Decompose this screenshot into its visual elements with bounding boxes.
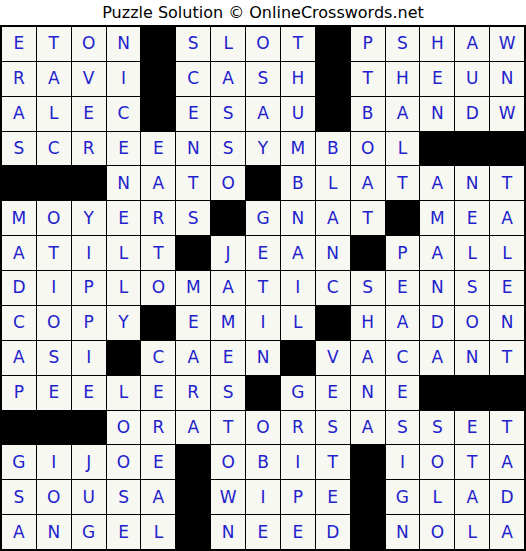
letter-cell-r8c15: E	[490, 271, 524, 305]
letter-cell-r3c6: E	[176, 97, 210, 131]
letter-cell-r2c2: A	[37, 62, 71, 96]
letter-cell-r13c13: O	[420, 445, 454, 479]
letter-cell-r2c3: V	[72, 62, 106, 96]
block-cell-r3c10	[316, 97, 350, 131]
letter-cell-r13c4: O	[107, 445, 141, 479]
letter-cell-r9c2: O	[37, 306, 71, 340]
letter-cell-r6c9: N	[281, 201, 315, 235]
letter-cell-r10c12: C	[386, 341, 420, 375]
letter-cell-r13c2: I	[37, 445, 71, 479]
letter-cell-r12c10: S	[316, 411, 350, 445]
block-cell-r5c8	[246, 166, 280, 200]
block-cell-r14c11	[351, 480, 385, 514]
letter-cell-r7c1: A	[2, 236, 36, 270]
letter-cell-r5c10: L	[316, 166, 350, 200]
letter-cell-r7c4: L	[107, 236, 141, 270]
letter-cell-r7c3: I	[72, 236, 106, 270]
letter-cell-r8c7: A	[211, 271, 245, 305]
letter-cell-r8c12: E	[386, 271, 420, 305]
letter-cell-r2c14: U	[455, 62, 489, 96]
letter-cell-r5c5: A	[141, 166, 175, 200]
letter-cell-r15c15: A	[490, 515, 524, 549]
block-cell-r11c15	[490, 376, 524, 410]
letter-cell-r5c9: B	[281, 166, 315, 200]
letter-cell-r14c8: I	[246, 480, 280, 514]
letter-cell-r14c10: E	[316, 480, 350, 514]
letter-cell-r14c13: L	[420, 480, 454, 514]
letter-cell-r6c14: E	[455, 201, 489, 235]
letter-cell-r13c15: A	[490, 445, 524, 479]
letter-cell-r12c5: R	[141, 411, 175, 445]
letter-cell-r5c13: A	[420, 166, 454, 200]
crossword-solution-page: Puzzle Solution © OnlineCrosswords.net E…	[0, 0, 526, 551]
letter-cell-r2c1: R	[2, 62, 36, 96]
block-cell-r4c15	[490, 132, 524, 166]
letter-cell-r8c11: S	[351, 271, 385, 305]
letter-cell-r12c7: T	[211, 411, 245, 445]
letter-cell-r12c4: O	[107, 411, 141, 445]
letter-cell-r12c15: T	[490, 411, 524, 445]
letter-cell-r12c12: S	[386, 411, 420, 445]
letter-cell-r5c15: T	[490, 166, 524, 200]
letter-cell-r10c5: C	[141, 341, 175, 375]
letter-cell-r3c8: A	[246, 97, 280, 131]
letter-cell-r1c4: N	[107, 27, 141, 61]
letter-cell-r3c14: D	[455, 97, 489, 131]
letter-cell-r7c13: A	[420, 236, 454, 270]
letter-cell-r2c13: E	[420, 62, 454, 96]
letter-cell-r10c11: A	[351, 341, 385, 375]
letter-cell-r11c9: G	[281, 376, 315, 410]
letter-cell-r7c5: T	[141, 236, 175, 270]
letter-cell-r4c6: N	[176, 132, 210, 166]
letter-cell-r6c11: T	[351, 201, 385, 235]
letter-cell-r1c6: S	[176, 27, 210, 61]
letter-cell-r1c13: H	[420, 27, 454, 61]
letter-cell-r13c10: T	[316, 445, 350, 479]
letter-cell-r12c14: E	[455, 411, 489, 445]
letter-cell-r10c3: I	[72, 341, 106, 375]
letter-cell-r7c15: L	[490, 236, 524, 270]
block-cell-r2c5	[141, 62, 175, 96]
letter-cell-r13c9: I	[281, 445, 315, 479]
letter-cell-r15c5: L	[141, 515, 175, 549]
letter-cell-r9c11: H	[351, 306, 385, 340]
letter-cell-r13c7: O	[211, 445, 245, 479]
letter-cell-r6c3: Y	[72, 201, 106, 235]
letter-cell-r8c2: I	[37, 271, 71, 305]
letter-cell-r15c4: E	[107, 515, 141, 549]
letter-cell-r6c8: G	[246, 201, 280, 235]
letter-cell-r1c15: W	[490, 27, 524, 61]
letter-cell-r7c12: P	[386, 236, 420, 270]
letter-cell-r14c14: A	[455, 480, 489, 514]
letter-cell-r11c12: E	[386, 376, 420, 410]
letter-cell-r8c6: M	[176, 271, 210, 305]
letter-cell-r6c15: A	[490, 201, 524, 235]
letter-cell-r3c2: L	[37, 97, 71, 131]
letter-cell-r2c7: A	[211, 62, 245, 96]
block-cell-r14c6	[176, 480, 210, 514]
letter-cell-r9c13: D	[420, 306, 454, 340]
letter-cell-r8c4: L	[107, 271, 141, 305]
letter-cell-r3c4: C	[107, 97, 141, 131]
letter-cell-r11c3: E	[72, 376, 106, 410]
letter-cell-r13c1: G	[2, 445, 36, 479]
letter-cell-r13c8: B	[246, 445, 280, 479]
block-cell-r4c14	[455, 132, 489, 166]
letter-cell-r3c11: B	[351, 97, 385, 131]
letter-cell-r2c8: S	[246, 62, 280, 96]
block-cell-r7c11	[351, 236, 385, 270]
letter-cell-r15c3: G	[72, 515, 106, 549]
letter-cell-r13c12: I	[386, 445, 420, 479]
letter-cell-r15c10: D	[316, 515, 350, 549]
letter-cell-r3c3: E	[72, 97, 106, 131]
block-cell-r6c12	[386, 201, 420, 235]
letter-cell-r14c2: O	[37, 480, 71, 514]
letter-cell-r4c9: M	[281, 132, 315, 166]
letter-cell-r11c1: P	[2, 376, 36, 410]
letter-cell-r14c15: D	[490, 480, 524, 514]
letter-cell-r10c8: N	[246, 341, 280, 375]
letter-cell-r2c15: N	[490, 62, 524, 96]
letter-cell-r8c3: P	[72, 271, 106, 305]
letter-cell-r10c15: T	[490, 341, 524, 375]
block-cell-r12c2	[37, 411, 71, 445]
block-cell-r5c3	[72, 166, 106, 200]
block-cell-r5c1	[2, 166, 36, 200]
letter-cell-r11c2: E	[37, 376, 71, 410]
letter-cell-r14c12: G	[386, 480, 420, 514]
letter-cell-r15c14: L	[455, 515, 489, 549]
block-cell-r15c11	[351, 515, 385, 549]
letter-cell-r8c14: S	[455, 271, 489, 305]
letter-cell-r4c3: R	[72, 132, 106, 166]
letter-cell-r1c11: P	[351, 27, 385, 61]
letter-cell-r4c11: O	[351, 132, 385, 166]
block-cell-r10c9	[281, 341, 315, 375]
letter-cell-r5c14: N	[455, 166, 489, 200]
letter-cell-r1c14: A	[455, 27, 489, 61]
block-cell-r6c7	[211, 201, 245, 235]
letter-cell-r5c7: O	[211, 166, 245, 200]
letter-cell-r9c1: C	[2, 306, 36, 340]
letter-cell-r6c10: A	[316, 201, 350, 235]
letter-cell-r13c14: T	[455, 445, 489, 479]
letter-cell-r7c2: T	[37, 236, 71, 270]
block-cell-r15c6	[176, 515, 210, 549]
letter-cell-r9c12: A	[386, 306, 420, 340]
letter-cell-r11c7: S	[211, 376, 245, 410]
letter-cell-r10c10: V	[316, 341, 350, 375]
letter-cell-r11c5: E	[141, 376, 175, 410]
letter-cell-r1c12: S	[386, 27, 420, 61]
letter-cell-r3c15: W	[490, 97, 524, 131]
letter-cell-r5c12: T	[386, 166, 420, 200]
letter-cell-r14c9: P	[281, 480, 315, 514]
block-cell-r13c11	[351, 445, 385, 479]
block-cell-r2c10	[316, 62, 350, 96]
letter-cell-r14c5: A	[141, 480, 175, 514]
letter-cell-r14c7: W	[211, 480, 245, 514]
letter-cell-r10c7: E	[211, 341, 245, 375]
letter-cell-r4c1: S	[2, 132, 36, 166]
letter-cell-r9c4: Y	[107, 306, 141, 340]
block-cell-r12c3	[72, 411, 106, 445]
block-cell-r1c5	[141, 27, 175, 61]
letter-cell-r9c6: E	[176, 306, 210, 340]
letter-cell-r10c6: A	[176, 341, 210, 375]
block-cell-r10c4	[107, 341, 141, 375]
letter-cell-r3c13: N	[420, 97, 454, 131]
block-cell-r3c5	[141, 97, 175, 131]
letter-cell-r9c7: M	[211, 306, 245, 340]
letter-cell-r12c11: A	[351, 411, 385, 445]
letter-cell-r1c8: O	[246, 27, 280, 61]
block-cell-r5c2	[37, 166, 71, 200]
letter-cell-r7c14: L	[455, 236, 489, 270]
letter-cell-r3c12: A	[386, 97, 420, 131]
letter-cell-r8c9: I	[281, 271, 315, 305]
block-cell-r9c10	[316, 306, 350, 340]
block-cell-r13c6	[176, 445, 210, 479]
letter-cell-r10c2: S	[37, 341, 71, 375]
letter-cell-r4c8: Y	[246, 132, 280, 166]
letter-cell-r6c6: S	[176, 201, 210, 235]
letter-cell-r4c10: B	[316, 132, 350, 166]
letter-cell-r4c7: S	[211, 132, 245, 166]
letter-cell-r2c4: I	[107, 62, 141, 96]
letter-cell-r10c1: A	[2, 341, 36, 375]
letter-cell-r15c2: N	[37, 515, 71, 549]
letter-cell-r12c8: O	[246, 411, 280, 445]
letter-cell-r2c12: H	[386, 62, 420, 96]
letter-cell-r1c9: T	[281, 27, 315, 61]
letter-cell-r7c9: A	[281, 236, 315, 270]
letter-cell-r10c14: N	[455, 341, 489, 375]
letter-cell-r15c9: E	[281, 515, 315, 549]
block-cell-r4c13	[420, 132, 454, 166]
letter-cell-r12c6: A	[176, 411, 210, 445]
letter-cell-r15c7: N	[211, 515, 245, 549]
letter-cell-r14c1: S	[2, 480, 36, 514]
crossword-grid: ETONSLOTPSHAWRAVICASHTHEUNALECESAUBANDWS…	[0, 25, 526, 551]
letter-cell-r15c12: N	[386, 515, 420, 549]
block-cell-r11c8	[246, 376, 280, 410]
letter-cell-r5c6: T	[176, 166, 210, 200]
letter-cell-r1c3: O	[72, 27, 106, 61]
letter-cell-r6c13: M	[420, 201, 454, 235]
letter-cell-r8c10: C	[316, 271, 350, 305]
letter-cell-r5c11: A	[351, 166, 385, 200]
block-cell-r11c13	[420, 376, 454, 410]
letter-cell-r5c4: N	[107, 166, 141, 200]
letter-cell-r11c10: E	[316, 376, 350, 410]
letter-cell-r9c15: N	[490, 306, 524, 340]
letter-cell-r9c9: L	[281, 306, 315, 340]
letter-cell-r6c5: R	[141, 201, 175, 235]
letter-cell-r1c2: T	[37, 27, 71, 61]
letter-cell-r11c11: N	[351, 376, 385, 410]
letter-cell-r4c4: E	[107, 132, 141, 166]
block-cell-r7c6	[176, 236, 210, 270]
letter-cell-r1c7: L	[211, 27, 245, 61]
letter-cell-r11c4: L	[107, 376, 141, 410]
letter-cell-r12c9: R	[281, 411, 315, 445]
letter-cell-r14c3: U	[72, 480, 106, 514]
letter-cell-r6c2: O	[37, 201, 71, 235]
letter-cell-r2c11: T	[351, 62, 385, 96]
letter-cell-r10c13: A	[420, 341, 454, 375]
letter-cell-r8c8: T	[246, 271, 280, 305]
letter-cell-r15c13: O	[420, 515, 454, 549]
letter-cell-r3c1: A	[2, 97, 36, 131]
block-cell-r12c1	[2, 411, 36, 445]
letter-cell-r8c5: O	[141, 271, 175, 305]
letter-cell-r8c13: N	[420, 271, 454, 305]
letter-cell-r8c1: D	[2, 271, 36, 305]
letter-cell-r2c9: H	[281, 62, 315, 96]
letter-cell-r3c7: S	[211, 97, 245, 131]
letter-cell-r2c6: C	[176, 62, 210, 96]
letter-cell-r11c6: R	[176, 376, 210, 410]
letter-cell-r7c7: J	[211, 236, 245, 270]
letter-cell-r9c3: P	[72, 306, 106, 340]
page-title: Puzzle Solution © OnlineCrosswords.net	[0, 0, 526, 25]
block-cell-r9c5	[141, 306, 175, 340]
letter-cell-r4c2: C	[37, 132, 71, 166]
block-cell-r1c10	[316, 27, 350, 61]
letter-cell-r6c1: M	[2, 201, 36, 235]
block-cell-r11c14	[455, 376, 489, 410]
letter-cell-r4c12: L	[386, 132, 420, 166]
letter-cell-r1c1: E	[2, 27, 36, 61]
letter-cell-r3c9: U	[281, 97, 315, 131]
letter-cell-r6c4: E	[107, 201, 141, 235]
letter-cell-r13c5: E	[141, 445, 175, 479]
letter-cell-r7c8: E	[246, 236, 280, 270]
letter-cell-r9c14: O	[455, 306, 489, 340]
letter-cell-r7c10: N	[316, 236, 350, 270]
letter-cell-r12c13: S	[420, 411, 454, 445]
letter-cell-r9c8: I	[246, 306, 280, 340]
letter-cell-r13c3: J	[72, 445, 106, 479]
letter-cell-r15c8: E	[246, 515, 280, 549]
letter-cell-r15c1: A	[2, 515, 36, 549]
letter-cell-r14c4: S	[107, 480, 141, 514]
letter-cell-r4c5: E	[141, 132, 175, 166]
